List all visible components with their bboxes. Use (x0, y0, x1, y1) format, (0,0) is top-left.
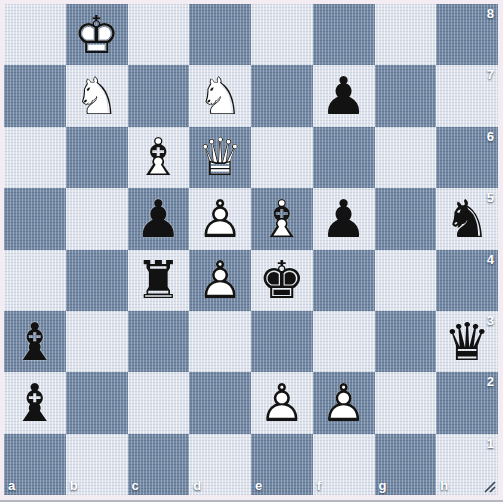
black-knight-piece[interactable]: ♞ (436, 188, 498, 249)
square-d3[interactable] (189, 311, 251, 372)
white-king-piece[interactable]: ♚♔ (66, 4, 128, 65)
white-queen-piece[interactable]: ♛♕ (189, 127, 251, 188)
rank-label-1: 1 (487, 436, 494, 451)
square-c3[interactable] (128, 311, 190, 372)
rank-label-7: 7 (487, 67, 494, 82)
square-f4[interactable] (313, 250, 375, 311)
white-piece-outline: ♔ (66, 4, 128, 65)
square-a6[interactable] (4, 127, 66, 188)
file-label-g: g (379, 478, 387, 493)
square-d5[interactable]: ♟♙ (189, 188, 251, 249)
square-b4[interactable] (66, 250, 128, 311)
square-g6[interactable] (375, 127, 437, 188)
file-label-c: c (132, 478, 139, 493)
square-d6[interactable]: ♛♕ (189, 127, 251, 188)
black-bishop-piece[interactable]: ♝ (4, 372, 66, 433)
square-b1[interactable]: b (66, 434, 128, 495)
white-bishop-piece[interactable]: ♝♗ (128, 127, 190, 188)
white-piece-outline: ♗ (251, 188, 313, 249)
square-e2[interactable]: ♟♙ (251, 372, 313, 433)
square-d2[interactable] (189, 372, 251, 433)
square-b7[interactable]: ♞♘ (66, 65, 128, 126)
white-piece-outline: ♘ (66, 65, 128, 126)
square-e8[interactable] (251, 4, 313, 65)
square-h6[interactable]: 6 (436, 127, 498, 188)
square-a2[interactable]: ♝ (4, 372, 66, 433)
black-pawn-piece[interactable]: ♟ (313, 65, 375, 126)
white-piece-outline: ♗ (128, 127, 190, 188)
black-king-piece[interactable]: ♚ (251, 250, 313, 311)
square-a5[interactable] (4, 188, 66, 249)
square-f2[interactable]: ♟♙ (313, 372, 375, 433)
square-g4[interactable] (375, 250, 437, 311)
square-f1[interactable]: f (313, 434, 375, 495)
white-piece-outline: ♙ (189, 188, 251, 249)
square-a4[interactable] (4, 250, 66, 311)
white-knight-piece[interactable]: ♞♘ (66, 65, 128, 126)
square-e6[interactable] (251, 127, 313, 188)
square-a1[interactable]: a (4, 434, 66, 495)
square-a8[interactable] (4, 4, 66, 65)
white-pawn-piece[interactable]: ♟♙ (251, 372, 313, 433)
square-g3[interactable] (375, 311, 437, 372)
rank-label-6: 6 (487, 129, 494, 144)
file-label-d: d (193, 478, 201, 493)
square-b3[interactable] (66, 311, 128, 372)
square-c5[interactable]: ♟ (128, 188, 190, 249)
square-c7[interactable] (128, 65, 190, 126)
square-g7[interactable] (375, 65, 437, 126)
square-c1[interactable]: c (128, 434, 190, 495)
white-knight-piece[interactable]: ♞♘ (189, 65, 251, 126)
square-b6[interactable] (66, 127, 128, 188)
black-rook-piece[interactable]: ♜ (128, 250, 190, 311)
black-pawn-piece[interactable]: ♟ (128, 188, 190, 249)
square-d7[interactable]: ♞♘ (189, 65, 251, 126)
black-queen-piece[interactable]: ♛ (436, 311, 498, 372)
square-h8[interactable]: 8 (436, 4, 498, 65)
white-piece-outline: ♙ (189, 250, 251, 311)
white-pawn-piece[interactable]: ♟♙ (189, 188, 251, 249)
rank-label-4: 4 (487, 252, 494, 267)
white-pawn-piece[interactable]: ♟♙ (313, 372, 375, 433)
square-c8[interactable] (128, 4, 190, 65)
white-bishop-piece[interactable]: ♝♗ (251, 188, 313, 249)
file-label-h: h (440, 478, 448, 493)
square-a3[interactable]: ♝ (4, 311, 66, 372)
square-d4[interactable]: ♟♙ (189, 250, 251, 311)
square-f8[interactable] (313, 4, 375, 65)
file-label-a: a (8, 478, 15, 493)
square-d1[interactable]: d (189, 434, 251, 495)
square-f3[interactable] (313, 311, 375, 372)
square-h7[interactable]: 7 (436, 65, 498, 126)
square-f7[interactable]: ♟ (313, 65, 375, 126)
resize-handle-icon[interactable] (481, 478, 496, 493)
square-h5[interactable]: ♞5 (436, 188, 498, 249)
rank-label-2: 2 (487, 374, 494, 389)
black-pawn-piece[interactable]: ♟ (313, 188, 375, 249)
square-f5[interactable]: ♟ (313, 188, 375, 249)
white-piece-outline: ♙ (251, 372, 313, 433)
white-piece-outline: ♕ (189, 127, 251, 188)
square-e4[interactable]: ♚ (251, 250, 313, 311)
square-h1[interactable]: h1 (436, 434, 498, 495)
white-piece-outline: ♙ (313, 372, 375, 433)
chess-board-widget: ♚♔8♞♘♞♘♟7♝♗♛♕6♟♟♙♝♗♟♞5♜♟♙♚4♝♛3♝♟♙♟♙2abcd… (0, 0, 503, 502)
chess-board: ♚♔8♞♘♞♘♟7♝♗♛♕6♟♟♙♝♗♟♞5♜♟♙♚4♝♛3♝♟♙♟♙2abcd… (4, 4, 498, 495)
square-e1[interactable]: e (251, 434, 313, 495)
square-a7[interactable] (4, 65, 66, 126)
square-f6[interactable] (313, 127, 375, 188)
square-g1[interactable]: g (375, 434, 437, 495)
square-c6[interactable]: ♝♗ (128, 127, 190, 188)
square-e7[interactable] (251, 65, 313, 126)
file-label-e: e (255, 478, 262, 493)
rank-label-8: 8 (487, 6, 494, 21)
square-g8[interactable] (375, 4, 437, 65)
square-b8[interactable]: ♚♔ (66, 4, 128, 65)
white-piece-outline: ♘ (189, 65, 251, 126)
square-d8[interactable] (189, 4, 251, 65)
square-e5[interactable]: ♝♗ (251, 188, 313, 249)
square-c2[interactable] (128, 372, 190, 433)
square-c4[interactable]: ♜ (128, 250, 190, 311)
square-h2[interactable]: 2 (436, 372, 498, 433)
square-g5[interactable] (375, 188, 437, 249)
square-b2[interactable] (66, 372, 128, 433)
square-e3[interactable] (251, 311, 313, 372)
black-bishop-piece[interactable]: ♝ (4, 311, 66, 372)
square-g2[interactable] (375, 372, 437, 433)
square-h4[interactable]: 4 (436, 250, 498, 311)
file-label-f: f (317, 478, 321, 493)
white-pawn-piece[interactable]: ♟♙ (189, 250, 251, 311)
file-label-b: b (70, 478, 78, 493)
square-h3[interactable]: ♛3 (436, 311, 498, 372)
square-b5[interactable] (66, 188, 128, 249)
